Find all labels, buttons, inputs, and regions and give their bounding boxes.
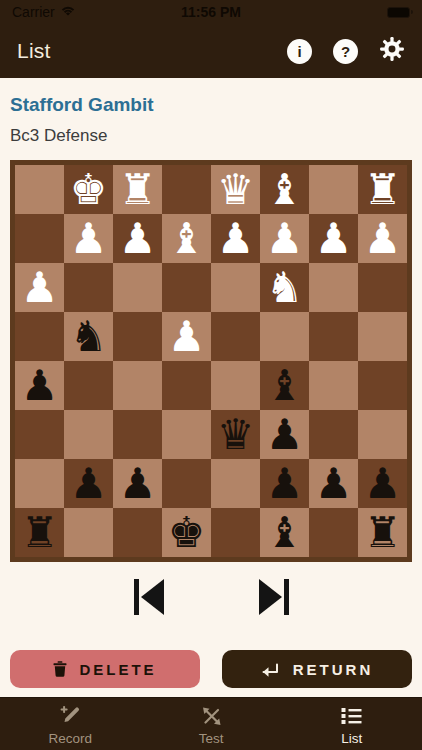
square-b4[interactable] — [309, 312, 358, 361]
white-bishop-c1: ♝ — [266, 165, 304, 214]
square-d7[interactable] — [211, 459, 260, 508]
page-title: List — [17, 39, 50, 63]
return-arrow-icon — [261, 662, 281, 677]
tab-bar: Record Test List — [0, 697, 422, 750]
white-rook-a1: ♜ — [364, 165, 402, 214]
opening-info: Stafford Gambit Bc3 Defense — [0, 78, 422, 146]
square-a6[interactable] — [358, 410, 407, 459]
white-pawn-f2: ♟ — [119, 214, 157, 263]
white-knight-c3: ♞ — [266, 263, 304, 312]
chess-board: ♚♜♛♝♜♟♟♝♟♟♟♟♟♞♞♟♟♝♛♟♟♟♟♟♟♜♚♝♜ — [10, 160, 412, 562]
square-e6[interactable] — [162, 410, 211, 459]
square-c2[interactable]: ♟ — [260, 214, 309, 263]
white-pawn-h3: ♟ — [21, 263, 59, 312]
black-queen-d6: ♛ — [217, 410, 255, 459]
square-a1[interactable]: ♜ — [358, 165, 407, 214]
square-e3[interactable] — [162, 263, 211, 312]
skip-next-icon — [254, 579, 292, 615]
black-pawn-a7: ♟ — [364, 459, 402, 508]
square-a4[interactable] — [358, 312, 407, 361]
opening-name: Stafford Gambit — [10, 94, 412, 116]
square-g2[interactable]: ♟ — [64, 214, 113, 263]
skip-previous-icon — [131, 579, 169, 615]
white-pawn-e4: ♟ — [168, 312, 206, 361]
square-f7[interactable]: ♟ — [113, 459, 162, 508]
black-pawn-b7: ♟ — [315, 459, 353, 508]
square-d5[interactable] — [211, 361, 260, 410]
action-buttons: DELETE RETURN — [0, 650, 422, 688]
square-h8[interactable]: ♜ — [15, 508, 64, 557]
black-knight-g4: ♞ — [70, 312, 108, 361]
square-e4[interactable]: ♟ — [162, 312, 211, 361]
square-b3[interactable] — [309, 263, 358, 312]
square-c3[interactable]: ♞ — [260, 263, 309, 312]
square-e5[interactable] — [162, 361, 211, 410]
pencil-plus-icon — [58, 704, 83, 728]
tab-test-label: Test — [199, 731, 224, 746]
white-rook-f1: ♜ — [119, 165, 157, 214]
white-pawn-g2: ♟ — [70, 214, 108, 263]
square-e2[interactable]: ♝ — [162, 214, 211, 263]
white-pawn-c2: ♟ — [266, 214, 304, 263]
square-b1[interactable] — [309, 165, 358, 214]
opening-variation: Bc3 Defense — [10, 126, 412, 146]
tab-record-label: Record — [49, 731, 93, 746]
square-b6[interactable] — [309, 410, 358, 459]
square-g7[interactable]: ♟ — [64, 459, 113, 508]
square-g8[interactable] — [64, 508, 113, 557]
carrier-label: Carrier — [12, 4, 55, 20]
black-bishop-c8: ♝ — [266, 508, 304, 557]
square-c7[interactable]: ♟ — [260, 459, 309, 508]
white-king-g1: ♚ — [70, 165, 108, 214]
wifi-icon — [60, 4, 76, 20]
black-bishop-c5: ♝ — [266, 361, 304, 410]
status-time: 11:56 PM — [106, 4, 316, 20]
square-b8[interactable] — [309, 508, 358, 557]
delete-button[interactable]: DELETE — [10, 650, 200, 688]
status-bar: Carrier 11:56 PM — [0, 0, 422, 24]
square-c6[interactable]: ♟ — [260, 410, 309, 459]
square-c4[interactable] — [260, 312, 309, 361]
square-f5[interactable] — [113, 361, 162, 410]
square-h1[interactable] — [15, 165, 64, 214]
square-h2[interactable] — [15, 214, 64, 263]
battery-icon — [387, 7, 410, 18]
square-d3[interactable] — [211, 263, 260, 312]
square-a8[interactable]: ♜ — [358, 508, 407, 557]
square-g1[interactable]: ♚ — [64, 165, 113, 214]
square-d6[interactable]: ♛ — [211, 410, 260, 459]
square-f6[interactable] — [113, 410, 162, 459]
tab-record[interactable]: Record — [0, 698, 141, 750]
black-pawn-c7: ♟ — [266, 459, 304, 508]
black-king-e8: ♚ — [168, 508, 206, 557]
square-e7[interactable] — [162, 459, 211, 508]
square-d2[interactable]: ♟ — [211, 214, 260, 263]
tab-test[interactable]: Test — [141, 698, 282, 750]
square-a7[interactable]: ♟ — [358, 459, 407, 508]
square-f4[interactable] — [113, 312, 162, 361]
square-g4[interactable]: ♞ — [64, 312, 113, 361]
white-pawn-b2: ♟ — [315, 214, 353, 263]
next-move-button[interactable] — [254, 579, 292, 617]
square-c8[interactable]: ♝ — [260, 508, 309, 557]
tab-list[interactable]: List — [281, 698, 422, 750]
square-g3[interactable] — [64, 263, 113, 312]
return-button[interactable]: RETURN — [222, 650, 412, 688]
square-e1[interactable] — [162, 165, 211, 214]
crossed-arrows-icon — [199, 704, 224, 728]
square-f8[interactable] — [113, 508, 162, 557]
black-rook-h8: ♜ — [21, 508, 59, 557]
square-f1[interactable]: ♜ — [113, 165, 162, 214]
white-pawn-d2: ♟ — [217, 214, 255, 263]
settings-gear-icon[interactable] — [379, 36, 405, 66]
white-pawn-a2: ♟ — [364, 214, 402, 263]
checklist-icon — [339, 704, 364, 728]
black-rook-a8: ♜ — [364, 508, 402, 557]
square-d4[interactable] — [211, 312, 260, 361]
square-g5[interactable] — [64, 361, 113, 410]
black-pawn-g7: ♟ — [70, 459, 108, 508]
info-icon[interactable]: i — [287, 39, 312, 64]
square-h3[interactable]: ♟ — [15, 263, 64, 312]
square-e8[interactable]: ♚ — [162, 508, 211, 557]
white-bishop-e2: ♝ — [168, 214, 206, 263]
square-a2[interactable]: ♟ — [358, 214, 407, 263]
square-f3[interactable] — [113, 263, 162, 312]
tab-list-label: List — [341, 731, 362, 746]
black-pawn-c6: ♟ — [266, 410, 304, 459]
delete-button-label: DELETE — [79, 661, 156, 678]
square-d1[interactable]: ♛ — [211, 165, 260, 214]
trash-icon — [53, 661, 67, 677]
square-h6[interactable] — [15, 410, 64, 459]
white-queen-d1: ♛ — [217, 165, 255, 214]
black-pawn-h5: ♟ — [21, 361, 59, 410]
navigation-header: List i ? — [0, 24, 422, 78]
square-h5[interactable]: ♟ — [15, 361, 64, 410]
square-b7[interactable]: ♟ — [309, 459, 358, 508]
square-b2[interactable]: ♟ — [309, 214, 358, 263]
square-h4[interactable] — [15, 312, 64, 361]
previous-move-button[interactable] — [131, 579, 169, 617]
square-a3[interactable] — [358, 263, 407, 312]
square-d8[interactable] — [211, 508, 260, 557]
help-icon[interactable]: ? — [333, 39, 358, 64]
move-navigation — [0, 579, 422, 617]
square-b5[interactable] — [309, 361, 358, 410]
return-button-label: RETURN — [293, 661, 374, 678]
square-h7[interactable] — [15, 459, 64, 508]
black-pawn-f7: ♟ — [119, 459, 157, 508]
square-a5[interactable] — [358, 361, 407, 410]
top-chrome: Carrier 11:56 PM List i ? — [0, 0, 422, 78]
square-g6[interactable] — [64, 410, 113, 459]
square-c5[interactable]: ♝ — [260, 361, 309, 410]
square-c1[interactable]: ♝ — [260, 165, 309, 214]
square-f2[interactable]: ♟ — [113, 214, 162, 263]
